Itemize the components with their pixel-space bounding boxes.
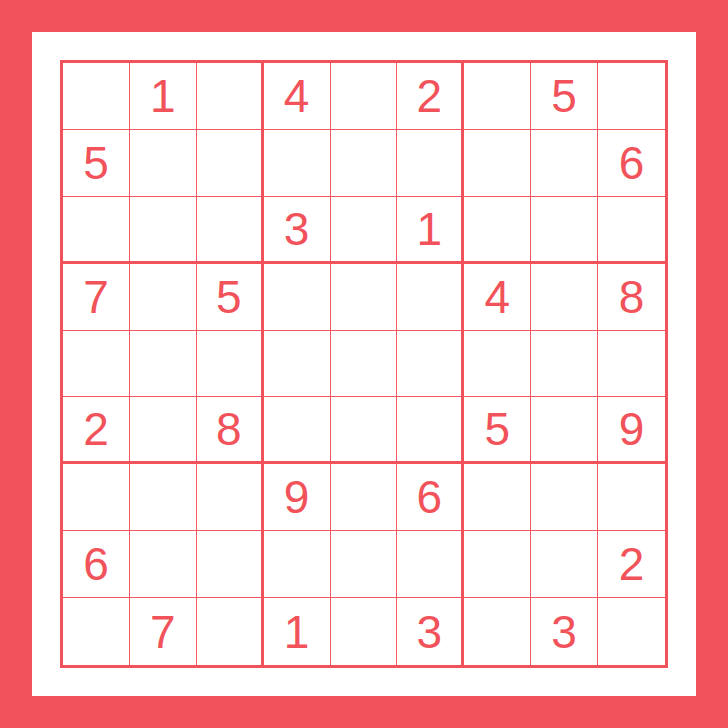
cell-r1c4[interactable]: 4 — [264, 63, 331, 130]
cell-r5c2[interactable] — [130, 331, 197, 398]
cell-r7c5[interactable] — [331, 464, 398, 531]
cell-r3c2[interactable] — [130, 197, 197, 264]
cell-r8c4[interactable] — [264, 531, 331, 598]
board-frame: 142556317548285996627133 — [32, 32, 696, 696]
cell-r3c3[interactable] — [197, 197, 264, 264]
cell-r3c7[interactable] — [464, 197, 531, 264]
cell-r1c2[interactable]: 1 — [130, 63, 197, 130]
cell-r4c8[interactable] — [531, 264, 598, 331]
cell-r7c4[interactable]: 9 — [264, 464, 331, 531]
cell-r4c9[interactable]: 8 — [598, 264, 665, 331]
cell-r6c9[interactable]: 9 — [598, 397, 665, 464]
cell-r7c3[interactable] — [197, 464, 264, 531]
cell-r4c2[interactable] — [130, 264, 197, 331]
cell-r6c7[interactable]: 5 — [464, 397, 531, 464]
cell-r8c9[interactable]: 2 — [598, 531, 665, 598]
cell-r3c6[interactable]: 1 — [397, 197, 464, 264]
cell-r2c3[interactable] — [197, 130, 264, 197]
cell-r6c1[interactable]: 2 — [63, 397, 130, 464]
cell-r4c1[interactable]: 7 — [63, 264, 130, 331]
cell-r1c7[interactable] — [464, 63, 531, 130]
cell-r2c1[interactable]: 5 — [63, 130, 130, 197]
page-background: 142556317548285996627133 — [0, 0, 728, 728]
cell-r2c8[interactable] — [531, 130, 598, 197]
cell-r2c6[interactable] — [397, 130, 464, 197]
cell-r2c2[interactable] — [130, 130, 197, 197]
cell-r5c3[interactable] — [197, 331, 264, 398]
cell-r4c5[interactable] — [331, 264, 398, 331]
cell-r9c4[interactable]: 1 — [264, 598, 331, 665]
cell-r6c3[interactable]: 8 — [197, 397, 264, 464]
cell-r2c4[interactable] — [264, 130, 331, 197]
cell-r3c4[interactable]: 3 — [264, 197, 331, 264]
cell-r7c8[interactable] — [531, 464, 598, 531]
cell-r6c6[interactable] — [397, 397, 464, 464]
cell-r9c7[interactable] — [464, 598, 531, 665]
cell-r3c1[interactable] — [63, 197, 130, 264]
cell-r7c9[interactable] — [598, 464, 665, 531]
cell-r1c1[interactable] — [63, 63, 130, 130]
cell-r8c5[interactable] — [331, 531, 398, 598]
cell-r9c6[interactable]: 3 — [397, 598, 464, 665]
cell-r7c7[interactable] — [464, 464, 531, 531]
cell-r6c8[interactable] — [531, 397, 598, 464]
cell-r5c4[interactable] — [264, 331, 331, 398]
cell-r9c3[interactable] — [197, 598, 264, 665]
cell-r7c1[interactable] — [63, 464, 130, 531]
cell-r5c5[interactable] — [331, 331, 398, 398]
cell-r8c6[interactable] — [397, 531, 464, 598]
cell-r9c5[interactable] — [331, 598, 398, 665]
cell-r9c9[interactable] — [598, 598, 665, 665]
cell-r7c2[interactable] — [130, 464, 197, 531]
cell-r2c9[interactable]: 6 — [598, 130, 665, 197]
cell-r1c8[interactable]: 5 — [531, 63, 598, 130]
cell-r8c7[interactable] — [464, 531, 531, 598]
cell-r7c6[interactable]: 6 — [397, 464, 464, 531]
cell-r5c7[interactable] — [464, 331, 531, 398]
cell-r1c3[interactable] — [197, 63, 264, 130]
cell-r9c1[interactable] — [63, 598, 130, 665]
cell-r8c2[interactable] — [130, 531, 197, 598]
cell-r5c8[interactable] — [531, 331, 598, 398]
cell-r3c9[interactable] — [598, 197, 665, 264]
cell-r8c8[interactable] — [531, 531, 598, 598]
cell-r2c5[interactable] — [331, 130, 398, 197]
cell-r4c3[interactable]: 5 — [197, 264, 264, 331]
cell-r8c1[interactable]: 6 — [63, 531, 130, 598]
cell-r5c1[interactable] — [63, 331, 130, 398]
cell-r6c4[interactable] — [264, 397, 331, 464]
cell-r5c6[interactable] — [397, 331, 464, 398]
cell-r1c9[interactable] — [598, 63, 665, 130]
cell-r6c5[interactable] — [331, 397, 398, 464]
cell-r1c6[interactable]: 2 — [397, 63, 464, 130]
cell-r3c8[interactable] — [531, 197, 598, 264]
cell-r4c4[interactable] — [264, 264, 331, 331]
cell-r4c6[interactable] — [397, 264, 464, 331]
cell-r4c7[interactable]: 4 — [464, 264, 531, 331]
cell-r3c5[interactable] — [331, 197, 398, 264]
cell-r9c8[interactable]: 3 — [531, 598, 598, 665]
cell-r6c2[interactable] — [130, 397, 197, 464]
cell-r8c3[interactable] — [197, 531, 264, 598]
cell-r1c5[interactable] — [331, 63, 398, 130]
cell-r2c7[interactable] — [464, 130, 531, 197]
cell-r5c9[interactable] — [598, 331, 665, 398]
cell-r9c2[interactable]: 7 — [130, 598, 197, 665]
sudoku-board: 142556317548285996627133 — [60, 60, 668, 668]
